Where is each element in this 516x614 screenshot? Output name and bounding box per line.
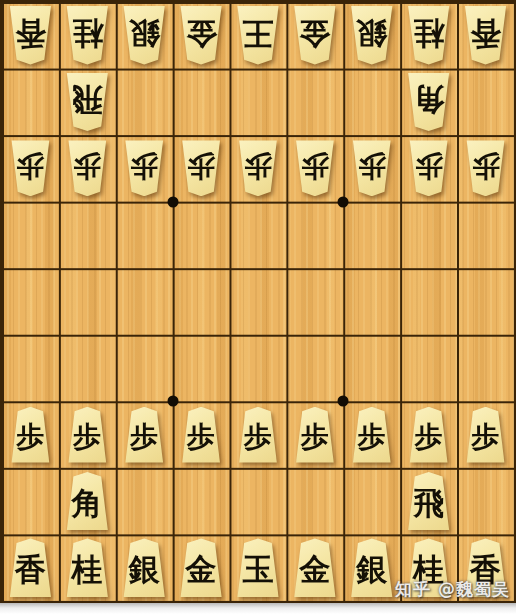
shogi-piece-gote[interactable]: 歩	[293, 140, 337, 196]
board-cell[interactable]	[2, 268, 59, 335]
piece-body: 角	[405, 73, 453, 132]
piece-body: 歩	[65, 407, 109, 463]
piece-body: 王	[234, 6, 282, 65]
board-cell[interactable]	[343, 268, 400, 335]
piece-kanji: 歩	[415, 423, 443, 451]
board-cell[interactable]: 歩	[286, 135, 343, 202]
board-cell[interactable]	[400, 202, 457, 269]
piece-body: 銀	[348, 538, 396, 597]
board-cell[interactable]: 歩	[286, 401, 343, 468]
piece-kanji: 香	[15, 18, 46, 49]
piece-body: 銀	[120, 538, 168, 597]
board-cell[interactable]	[173, 268, 230, 335]
board-cell[interactable]: 銀	[116, 534, 173, 601]
shogi-piece-gote[interactable]: 歩	[9, 140, 53, 196]
piece-kanji: 歩	[244, 423, 272, 451]
piece-kanji: 角	[413, 84, 444, 115]
shogi-piece-sente[interactable]: 銀	[120, 538, 168, 597]
shogi-piece-sente[interactable]: 金	[177, 538, 225, 597]
board-cell[interactable]	[173, 202, 230, 269]
shogi-piece-sente[interactable]: 銀	[348, 538, 396, 597]
board-cell[interactable]: 飛	[59, 69, 116, 136]
piece-kanji: 飛	[413, 488, 444, 519]
piece-kanji: 歩	[187, 152, 215, 180]
piece-kanji: 桂	[72, 554, 103, 585]
board-cell[interactable]	[400, 335, 457, 402]
board-cell[interactable]	[173, 69, 230, 136]
board-cell[interactable]	[343, 335, 400, 402]
board-cell[interactable]	[457, 268, 514, 335]
board-cell[interactable]	[286, 69, 343, 136]
board-cell[interactable]	[400, 268, 457, 335]
board-cell[interactable]	[2, 335, 59, 402]
board-cell[interactable]: 歩	[116, 401, 173, 468]
piece-body: 玉	[234, 538, 282, 597]
piece-kanji: 歩	[358, 152, 386, 180]
shogi-piece-gote[interactable]: 歩	[122, 140, 166, 196]
piece-kanji: 王	[242, 18, 273, 49]
shogi-piece-gote[interactable]: 香	[462, 6, 510, 65]
shogi-piece-sente[interactable]: 歩	[236, 407, 280, 463]
piece-kanji: 歩	[472, 423, 500, 451]
piece-kanji: 銀	[129, 554, 160, 585]
board-cell[interactable]	[116, 468, 173, 535]
piece-kanji: 歩	[244, 152, 272, 180]
board-cell[interactable]: 歩	[400, 135, 457, 202]
shogi-piece-sente[interactable]: 香	[7, 538, 55, 597]
piece-body: 銀	[348, 6, 396, 65]
piece-kanji: 歩	[16, 152, 44, 180]
board-cell[interactable]	[457, 202, 514, 269]
board-cell[interactable]: 金	[173, 2, 230, 69]
board-cell[interactable]: 銀	[343, 2, 400, 69]
piece-kanji: 歩	[358, 423, 386, 451]
board-cell[interactable]: 歩	[59, 401, 116, 468]
piece-kanji: 銀	[129, 18, 160, 49]
shogi-board-grid: 香桂銀金王金銀桂香飛角歩歩歩歩歩歩歩歩歩歩歩歩歩歩歩歩歩歩角飛香桂銀金玉金銀桂香	[2, 2, 514, 601]
piece-body: 桂	[405, 6, 453, 65]
shogi-app: 香桂銀金王金銀桂香飛角歩歩歩歩歩歩歩歩歩歩歩歩歩歩歩歩歩歩角飛香桂銀金玉金銀桂香…	[0, 0, 516, 614]
piece-body: 銀	[120, 6, 168, 65]
piece-body: 飛	[63, 73, 111, 132]
piece-body: 金	[177, 538, 225, 597]
piece-kanji: 歩	[415, 152, 443, 180]
piece-body: 歩	[350, 407, 394, 463]
piece-kanji: 飛	[72, 84, 103, 115]
board-cell[interactable]	[343, 468, 400, 535]
board-cell[interactable]	[116, 335, 173, 402]
piece-body: 歩	[122, 140, 166, 196]
piece-kanji: 角	[72, 488, 103, 519]
piece-kanji: 金	[186, 18, 217, 49]
shogi-piece-gote[interactable]: 歩	[236, 140, 280, 196]
board-cell[interactable]	[116, 202, 173, 269]
piece-body: 歩	[293, 140, 337, 196]
board-cell[interactable]	[286, 202, 343, 269]
board-cell[interactable]: 歩	[2, 401, 59, 468]
shogi-piece-gote[interactable]: 銀	[120, 6, 168, 65]
piece-body: 歩	[350, 140, 394, 196]
board-cell[interactable]	[173, 335, 230, 402]
shogi-piece-sente[interactable]: 角	[63, 472, 111, 531]
shogi-piece-gote[interactable]: 香	[7, 6, 55, 65]
shogi-piece-sente[interactable]: 金	[291, 538, 339, 597]
shogi-piece-sente[interactable]: 歩	[293, 407, 337, 463]
board-cell[interactable]	[230, 468, 287, 535]
piece-kanji: 桂	[72, 18, 103, 49]
shogi-piece-gote[interactable]: 桂	[63, 6, 111, 65]
board-cell[interactable]: 金	[286, 534, 343, 601]
piece-kanji: 金	[186, 554, 217, 585]
piece-kanji: 玉	[242, 554, 273, 585]
piece-kanji: 金	[299, 18, 330, 49]
board-cell[interactable]	[59, 335, 116, 402]
piece-kanji: 歩	[73, 152, 101, 180]
shogi-piece-gote[interactable]: 金	[177, 6, 225, 65]
piece-kanji: 香	[15, 554, 46, 585]
piece-kanji: 歩	[130, 152, 158, 180]
shogi-piece-sente[interactable]: 桂	[63, 538, 111, 597]
shogi-piece-sente[interactable]: 歩	[65, 407, 109, 463]
board-cell[interactable]	[173, 468, 230, 535]
board-cell[interactable]: 歩	[457, 135, 514, 202]
piece-body: 歩	[65, 140, 109, 196]
board-cell[interactable]	[343, 69, 400, 136]
board-cell[interactable]: 歩	[59, 135, 116, 202]
board-cell[interactable]: 歩	[230, 135, 287, 202]
board-cell[interactable]: 歩	[116, 135, 173, 202]
shogi-piece-sente[interactable]: 歩	[350, 407, 394, 463]
board-cell[interactable]	[59, 268, 116, 335]
board-cell[interactable]: 王	[230, 2, 287, 69]
board-cell[interactable]	[286, 268, 343, 335]
board-cell[interactable]: 桂	[400, 2, 457, 69]
piece-body: 歩	[9, 140, 53, 196]
board-cell[interactable]: 香	[457, 2, 514, 69]
piece-body: 歩	[122, 407, 166, 463]
board-cell[interactable]	[286, 468, 343, 535]
piece-body: 桂	[63, 538, 111, 597]
piece-body: 歩	[179, 140, 223, 196]
board-cell[interactable]: 歩	[173, 401, 230, 468]
shogi-piece-gote[interactable]: 歩	[350, 140, 394, 196]
board-cell[interactable]: 金	[173, 534, 230, 601]
board-cell[interactable]	[116, 69, 173, 136]
board-cell[interactable]: 香	[2, 2, 59, 69]
board-cell[interactable]	[230, 202, 287, 269]
board-cell[interactable]	[59, 202, 116, 269]
board-cell[interactable]: 香	[2, 534, 59, 601]
board-cell[interactable]: 銀	[343, 534, 400, 601]
piece-body: 歩	[464, 140, 508, 196]
shogi-piece-gote[interactable]: 歩	[179, 140, 223, 196]
shogi-piece-gote[interactable]: 飛	[63, 73, 111, 132]
board-cell[interactable]	[343, 202, 400, 269]
board-cell[interactable]: 歩	[457, 401, 514, 468]
shogi-piece-sente[interactable]: 飛	[405, 472, 453, 531]
board-cell[interactable]	[2, 202, 59, 269]
board-cell[interactable]	[230, 69, 287, 136]
piece-kanji: 歩	[130, 423, 158, 451]
board-cell[interactable]	[457, 468, 514, 535]
board-cell[interactable]: 桂	[59, 2, 116, 69]
piece-body: 歩	[179, 407, 223, 463]
board-cell[interactable]: 銀	[116, 2, 173, 69]
piece-kanji: 銀	[356, 554, 387, 585]
board-cell[interactable]: 歩	[343, 135, 400, 202]
shogi-piece-sente[interactable]: 歩	[9, 407, 53, 463]
bottom-margin-strip	[0, 603, 516, 614]
board-cell[interactable]: 金	[286, 2, 343, 69]
shogi-piece-sente[interactable]: 歩	[122, 407, 166, 463]
shogi-piece-gote[interactable]: 銀	[348, 6, 396, 65]
board-cell[interactable]: 歩	[343, 401, 400, 468]
shogi-piece-gote[interactable]: 桂	[405, 6, 453, 65]
piece-body: 香	[7, 6, 55, 65]
board-cell[interactable]	[230, 268, 287, 335]
board-cell[interactable]	[457, 69, 514, 136]
piece-kanji: 銀	[356, 18, 387, 49]
shogi-board[interactable]: 香桂銀金王金銀桂香飛角歩歩歩歩歩歩歩歩歩歩歩歩歩歩歩歩歩歩角飛香桂銀金玉金銀桂香	[0, 0, 516, 603]
piece-kanji: 歩	[301, 152, 329, 180]
piece-kanji: 香	[470, 18, 501, 49]
board-cell[interactable]	[116, 268, 173, 335]
piece-body: 飛	[405, 472, 453, 531]
piece-body: 角	[63, 472, 111, 531]
piece-kanji: 歩	[16, 423, 44, 451]
board-cell[interactable]	[230, 335, 287, 402]
piece-body: 金	[291, 6, 339, 65]
piece-kanji: 金	[299, 554, 330, 585]
shogi-piece-sente[interactable]: 歩	[464, 407, 508, 463]
board-cell[interactable]: 飛	[400, 468, 457, 535]
board-cell[interactable]: 歩	[230, 401, 287, 468]
piece-kanji: 桂	[413, 18, 444, 49]
piece-body: 歩	[236, 407, 280, 463]
board-cell[interactable]	[457, 335, 514, 402]
piece-body: 金	[177, 6, 225, 65]
shogi-piece-sente[interactable]: 歩	[407, 407, 451, 463]
piece-body: 金	[291, 538, 339, 597]
shogi-piece-gote[interactable]: 歩	[464, 140, 508, 196]
piece-body: 歩	[236, 140, 280, 196]
piece-body: 歩	[464, 407, 508, 463]
piece-body: 歩	[9, 407, 53, 463]
board-cell[interactable]: 角	[400, 69, 457, 136]
board-cell[interactable]	[2, 69, 59, 136]
piece-body: 桂	[63, 6, 111, 65]
board-cell[interactable]: 歩	[173, 135, 230, 202]
piece-kanji: 歩	[472, 152, 500, 180]
board-cell[interactable]: 歩	[2, 135, 59, 202]
shogi-piece-gote[interactable]: 角	[405, 73, 453, 132]
piece-body: 歩	[293, 407, 337, 463]
shogi-piece-gote[interactable]: 歩	[65, 140, 109, 196]
board-cell[interactable]: 角	[59, 468, 116, 535]
shogi-piece-gote[interactable]: 王	[234, 6, 282, 65]
shogi-piece-sente[interactable]: 歩	[179, 407, 223, 463]
watermark-text: 知乎 @魏蜀吴	[395, 578, 510, 601]
shogi-piece-gote[interactable]: 金	[291, 6, 339, 65]
board-cell[interactable]	[286, 335, 343, 402]
piece-body: 香	[462, 6, 510, 65]
piece-kanji: 歩	[301, 423, 329, 451]
board-cell[interactable]: 歩	[400, 401, 457, 468]
piece-kanji: 歩	[73, 423, 101, 451]
shogi-piece-gote[interactable]: 歩	[407, 140, 451, 196]
shogi-piece-sente[interactable]: 玉	[234, 538, 282, 597]
piece-kanji: 歩	[187, 423, 215, 451]
board-cell[interactable]: 玉	[230, 534, 287, 601]
piece-body: 香	[7, 538, 55, 597]
board-cell[interactable]: 桂	[59, 534, 116, 601]
piece-body: 歩	[407, 140, 451, 196]
piece-body: 歩	[407, 407, 451, 463]
board-cell[interactable]	[2, 468, 59, 535]
